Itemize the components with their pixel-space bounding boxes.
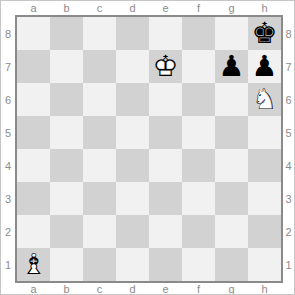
file-label-h: h <box>248 1 281 15</box>
square-g5[interactable] <box>215 116 248 149</box>
square-g8[interactable] <box>215 17 248 50</box>
square-e5[interactable] <box>149 116 182 149</box>
rank-label-8: 8 <box>282 17 295 50</box>
file-label-c: c <box>83 282 116 295</box>
square-e1[interactable] <box>149 248 182 281</box>
rank-label-5: 5 <box>282 116 295 149</box>
square-d7[interactable] <box>116 50 149 83</box>
square-a7[interactable] <box>17 50 50 83</box>
file-label-f: f <box>182 1 215 15</box>
chess-diagram: abcdefgh 87654321 ♚♚♔♟♟♞♘♝♗ 87654321 abc… <box>0 0 295 295</box>
square-a1[interactable]: ♝♗ <box>17 248 50 281</box>
file-label-a: a <box>17 1 50 15</box>
file-label-g: g <box>215 1 248 15</box>
square-b4[interactable] <box>50 149 83 182</box>
rank-label-8: 8 <box>1 17 15 50</box>
file-label-d: d <box>116 282 149 295</box>
square-b1[interactable] <box>50 248 83 281</box>
rank-label-2: 2 <box>1 215 15 248</box>
square-h2[interactable] <box>248 215 281 248</box>
square-b5[interactable] <box>50 116 83 149</box>
rank-labels-right: 87654321 <box>282 17 295 281</box>
file-label-a: a <box>17 282 50 295</box>
square-d1[interactable] <box>116 248 149 281</box>
square-d4[interactable] <box>116 149 149 182</box>
white-bishop-fill: ♝ <box>17 248 50 281</box>
square-f8[interactable] <box>182 17 215 50</box>
rank-label-1: 1 <box>282 248 295 281</box>
rank-label-5: 5 <box>1 116 15 149</box>
square-d8[interactable] <box>116 17 149 50</box>
rank-label-3: 3 <box>282 182 295 215</box>
square-h7[interactable]: ♟ <box>248 50 281 83</box>
square-h8[interactable]: ♚ <box>248 17 281 50</box>
white-king: ♔ <box>149 50 182 83</box>
file-label-b: b <box>50 1 83 15</box>
square-h3[interactable] <box>248 182 281 215</box>
square-f1[interactable] <box>182 248 215 281</box>
square-e4[interactable] <box>149 149 182 182</box>
rank-label-7: 7 <box>282 50 295 83</box>
square-a6[interactable] <box>17 83 50 116</box>
square-d2[interactable] <box>116 215 149 248</box>
file-label-e: e <box>149 282 182 295</box>
square-f4[interactable] <box>182 149 215 182</box>
square-e7[interactable]: ♚♔ <box>149 50 182 83</box>
square-c7[interactable] <box>83 50 116 83</box>
rank-label-3: 3 <box>1 182 15 215</box>
file-label-h: h <box>248 282 281 295</box>
square-g4[interactable] <box>215 149 248 182</box>
square-b7[interactable] <box>50 50 83 83</box>
file-label-g: g <box>215 282 248 295</box>
square-b3[interactable] <box>50 182 83 215</box>
rank-label-4: 4 <box>1 149 15 182</box>
square-f6[interactable] <box>182 83 215 116</box>
square-e2[interactable] <box>149 215 182 248</box>
square-c1[interactable] <box>83 248 116 281</box>
file-label-e: e <box>149 1 182 15</box>
white-king-fill: ♚ <box>149 50 182 83</box>
square-c3[interactable] <box>83 182 116 215</box>
black-king: ♚ <box>248 17 281 50</box>
rank-label-7: 7 <box>1 50 15 83</box>
square-g6[interactable] <box>215 83 248 116</box>
white-knight: ♘ <box>248 83 281 116</box>
rank-labels-left: 87654321 <box>1 17 15 281</box>
square-f5[interactable] <box>182 116 215 149</box>
square-g3[interactable] <box>215 182 248 215</box>
square-b2[interactable] <box>50 215 83 248</box>
square-e3[interactable] <box>149 182 182 215</box>
square-g2[interactable] <box>215 215 248 248</box>
square-c8[interactable] <box>83 17 116 50</box>
file-label-b: b <box>50 282 83 295</box>
square-c2[interactable] <box>83 215 116 248</box>
square-h1[interactable] <box>248 248 281 281</box>
white-knight-fill: ♞ <box>248 83 281 116</box>
square-b6[interactable] <box>50 83 83 116</box>
square-c5[interactable] <box>83 116 116 149</box>
square-a2[interactable] <box>17 215 50 248</box>
square-f7[interactable] <box>182 50 215 83</box>
board: ♚♚♔♟♟♞♘♝♗ <box>15 15 283 283</box>
square-b8[interactable] <box>50 17 83 50</box>
square-a8[interactable] <box>17 17 50 50</box>
white-bishop: ♗ <box>17 248 50 281</box>
rank-label-6: 6 <box>282 83 295 116</box>
square-d6[interactable] <box>116 83 149 116</box>
black-pawn: ♟ <box>248 50 281 83</box>
square-h5[interactable] <box>248 116 281 149</box>
rank-label-4: 4 <box>282 149 295 182</box>
square-e6[interactable] <box>149 83 182 116</box>
rank-label-6: 6 <box>1 83 15 116</box>
square-f2[interactable] <box>182 215 215 248</box>
square-c6[interactable] <box>83 83 116 116</box>
file-label-c: c <box>83 1 116 15</box>
rank-label-2: 2 <box>282 215 295 248</box>
file-labels-bottom: abcdefgh <box>17 282 281 295</box>
square-d5[interactable] <box>116 116 149 149</box>
rank-label-1: 1 <box>1 248 15 281</box>
file-labels-top: abcdefgh <box>17 1 281 15</box>
square-h6[interactable]: ♞♘ <box>248 83 281 116</box>
black-pawn: ♟ <box>215 50 248 83</box>
square-e8[interactable] <box>149 17 182 50</box>
square-h4[interactable] <box>248 149 281 182</box>
square-a3[interactable] <box>17 182 50 215</box>
square-a4[interactable] <box>17 149 50 182</box>
file-label-d: d <box>116 1 149 15</box>
square-c4[interactable] <box>83 149 116 182</box>
file-label-f: f <box>182 282 215 295</box>
square-a5[interactable] <box>17 116 50 149</box>
square-d3[interactable] <box>116 182 149 215</box>
square-g1[interactable] <box>215 248 248 281</box>
square-g7[interactable]: ♟ <box>215 50 248 83</box>
square-f3[interactable] <box>182 182 215 215</box>
